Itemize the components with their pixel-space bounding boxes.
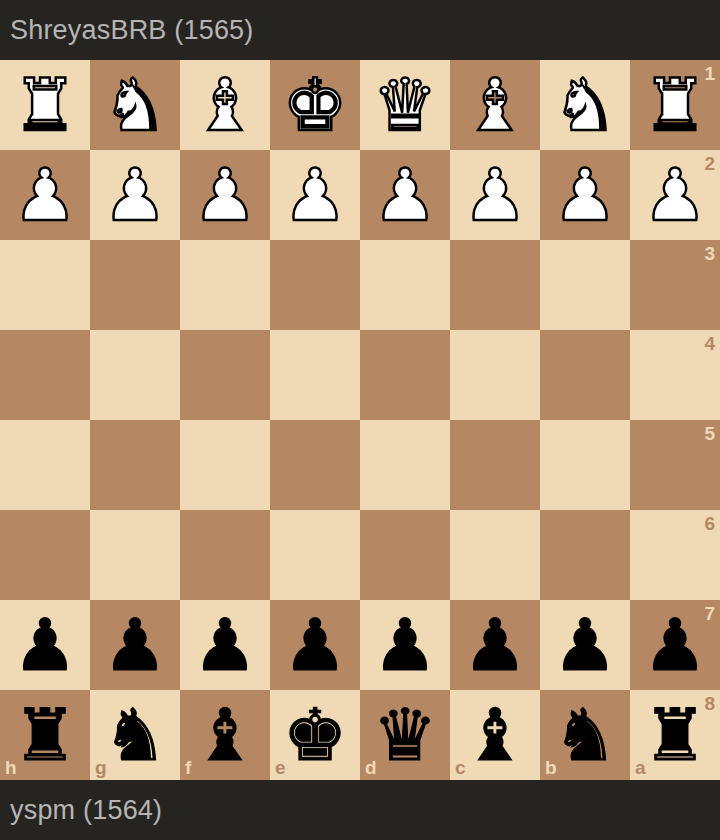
- square-h2[interactable]: ♟: [0, 150, 90, 240]
- black-queen: ♛: [360, 690, 450, 780]
- white-king: ♚: [270, 60, 360, 150]
- bottom-player-name: yspm (1564): [10, 795, 162, 826]
- square-b1[interactable]: ♞: [540, 60, 630, 150]
- black-pawn: ♟: [180, 600, 270, 690]
- top-player-name: ShreyasBRB (1565): [10, 15, 254, 46]
- chess-board: ♜♞♝♚♛♝♞♜1♟♟♟♟♟♟♟♟23456♟♟♟♟♟♟♟♟7♜h♞g♝f♚e♛…: [0, 60, 720, 780]
- rank-label-7: 7: [704, 604, 715, 623]
- file-label-g: g: [95, 758, 107, 777]
- square-f8[interactable]: ♝f: [180, 690, 270, 780]
- file-label-f: f: [185, 758, 191, 777]
- rank-label-8: 8: [704, 694, 715, 713]
- square-e5[interactable]: [270, 420, 360, 510]
- square-d4[interactable]: [360, 330, 450, 420]
- square-a8[interactable]: ♜8a: [630, 690, 720, 780]
- bottom-player-bar: yspm (1564): [0, 780, 720, 840]
- square-f3[interactable]: [180, 240, 270, 330]
- black-pawn: ♟: [450, 600, 540, 690]
- rank-label-6: 6: [704, 514, 715, 533]
- square-e3[interactable]: [270, 240, 360, 330]
- rank-label-2: 2: [704, 154, 715, 173]
- square-h3[interactable]: [0, 240, 90, 330]
- square-c2[interactable]: ♟: [450, 150, 540, 240]
- black-pawn: ♟: [270, 600, 360, 690]
- white-pawn: ♟: [360, 150, 450, 240]
- white-pawn: ♟: [540, 150, 630, 240]
- square-e4[interactable]: [270, 330, 360, 420]
- white-bishop: ♝: [180, 60, 270, 150]
- white-pawn: ♟: [450, 150, 540, 240]
- square-a3[interactable]: 3: [630, 240, 720, 330]
- black-knight: ♞: [90, 690, 180, 780]
- black-king: ♚: [270, 690, 360, 780]
- square-c6[interactable]: [450, 510, 540, 600]
- white-knight: ♞: [540, 60, 630, 150]
- square-a4[interactable]: 4: [630, 330, 720, 420]
- file-label-c: c: [455, 758, 466, 777]
- square-d6[interactable]: [360, 510, 450, 600]
- square-e7[interactable]: ♟: [270, 600, 360, 690]
- square-f2[interactable]: ♟: [180, 150, 270, 240]
- black-bishop: ♝: [450, 690, 540, 780]
- white-knight: ♞: [90, 60, 180, 150]
- square-b8[interactable]: ♞b: [540, 690, 630, 780]
- black-knight: ♞: [540, 690, 630, 780]
- white-pawn: ♟: [90, 150, 180, 240]
- white-rook: ♜: [630, 60, 720, 150]
- white-pawn: ♟: [630, 150, 720, 240]
- square-h1[interactable]: ♜: [0, 60, 90, 150]
- square-f4[interactable]: [180, 330, 270, 420]
- square-g3[interactable]: [90, 240, 180, 330]
- black-pawn: ♟: [90, 600, 180, 690]
- square-g8[interactable]: ♞g: [90, 690, 180, 780]
- file-label-b: b: [545, 758, 557, 777]
- square-b2[interactable]: ♟: [540, 150, 630, 240]
- square-h4[interactable]: [0, 330, 90, 420]
- square-g2[interactable]: ♟: [90, 150, 180, 240]
- file-label-h: h: [5, 758, 17, 777]
- square-d7[interactable]: ♟: [360, 600, 450, 690]
- square-e2[interactable]: ♟: [270, 150, 360, 240]
- square-c7[interactable]: ♟: [450, 600, 540, 690]
- white-pawn: ♟: [180, 150, 270, 240]
- rank-label-4: 4: [704, 334, 715, 353]
- square-a2[interactable]: ♟2: [630, 150, 720, 240]
- square-a6[interactable]: 6: [630, 510, 720, 600]
- square-d5[interactable]: [360, 420, 450, 510]
- square-b6[interactable]: [540, 510, 630, 600]
- square-c8[interactable]: ♝c: [450, 690, 540, 780]
- square-g7[interactable]: ♟: [90, 600, 180, 690]
- white-pawn: ♟: [0, 150, 90, 240]
- file-label-e: e: [275, 758, 286, 777]
- black-pawn: ♟: [630, 600, 720, 690]
- square-d1[interactable]: ♛: [360, 60, 450, 150]
- square-c5[interactable]: [450, 420, 540, 510]
- rank-label-3: 3: [704, 244, 715, 263]
- black-rook: ♜: [630, 690, 720, 780]
- square-f6[interactable]: [180, 510, 270, 600]
- square-h7[interactable]: ♟: [0, 600, 90, 690]
- black-bishop: ♝: [180, 690, 270, 780]
- square-a7[interactable]: ♟7: [630, 600, 720, 690]
- square-a5[interactable]: 5: [630, 420, 720, 510]
- square-h6[interactable]: [0, 510, 90, 600]
- file-label-d: d: [365, 758, 377, 777]
- black-pawn: ♟: [0, 600, 90, 690]
- rank-label-1: 1: [704, 64, 715, 83]
- square-h8[interactable]: ♜h: [0, 690, 90, 780]
- square-d8[interactable]: ♛d: [360, 690, 450, 780]
- square-a1[interactable]: ♜1: [630, 60, 720, 150]
- square-h5[interactable]: [0, 420, 90, 510]
- white-rook: ♜: [0, 60, 90, 150]
- square-g6[interactable]: [90, 510, 180, 600]
- black-rook: ♜: [0, 690, 90, 780]
- square-e8[interactable]: ♚e: [270, 690, 360, 780]
- white-pawn: ♟: [270, 150, 360, 240]
- square-g5[interactable]: [90, 420, 180, 510]
- square-f5[interactable]: [180, 420, 270, 510]
- square-f1[interactable]: ♝: [180, 60, 270, 150]
- square-e1[interactable]: ♚: [270, 60, 360, 150]
- rank-label-5: 5: [704, 424, 715, 443]
- top-player-bar: ShreyasBRB (1565): [0, 0, 720, 60]
- black-pawn: ♟: [360, 600, 450, 690]
- square-g1[interactable]: ♞: [90, 60, 180, 150]
- black-pawn: ♟: [540, 600, 630, 690]
- square-c4[interactable]: [450, 330, 540, 420]
- square-e6[interactable]: [270, 510, 360, 600]
- square-f7[interactable]: ♟: [180, 600, 270, 690]
- square-g4[interactable]: [90, 330, 180, 420]
- square-d3[interactable]: [360, 240, 450, 330]
- file-label-a: a: [635, 758, 646, 777]
- white-queen: ♛: [360, 60, 450, 150]
- square-b7[interactable]: ♟: [540, 600, 630, 690]
- square-b4[interactable]: [540, 330, 630, 420]
- square-b5[interactable]: [540, 420, 630, 510]
- square-b3[interactable]: [540, 240, 630, 330]
- square-c1[interactable]: ♝: [450, 60, 540, 150]
- square-c3[interactable]: [450, 240, 540, 330]
- white-bishop: ♝: [450, 60, 540, 150]
- square-d2[interactable]: ♟: [360, 150, 450, 240]
